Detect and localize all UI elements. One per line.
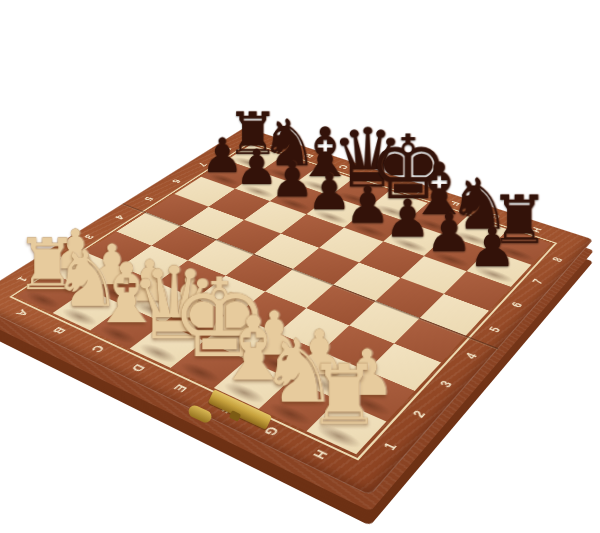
black-pawn[interactable]: ♟ <box>468 221 516 275</box>
chess-set-photo: ABCDEFGH ABCDEFGH 12345678 12345678 ♜♞♝♛… <box>0 0 600 533</box>
latch-loop-icon <box>187 403 214 424</box>
board-grid: ♜♞♝♛♚♝♞♜♟♟♟♟♟♟♟♟♟♟♟♟♟♟♟♟♜♞♝♛♚♝♞♜ <box>17 145 551 455</box>
black-pawn[interactable]: ♟ <box>384 193 430 245</box>
brass-latch <box>186 390 282 436</box>
board-perspective-wrap: ABCDEFGH ABCDEFGH 12345678 12345678 ♜♞♝♛… <box>68 44 518 494</box>
chess-board: ABCDEFGH ABCDEFGH 12345678 12345678 ♜♞♝♛… <box>0 127 593 495</box>
black-pawn[interactable]: ♟ <box>425 207 472 260</box>
white-rook[interactable]: ♜ <box>307 354 366 437</box>
latch-hasp-icon <box>208 389 272 430</box>
